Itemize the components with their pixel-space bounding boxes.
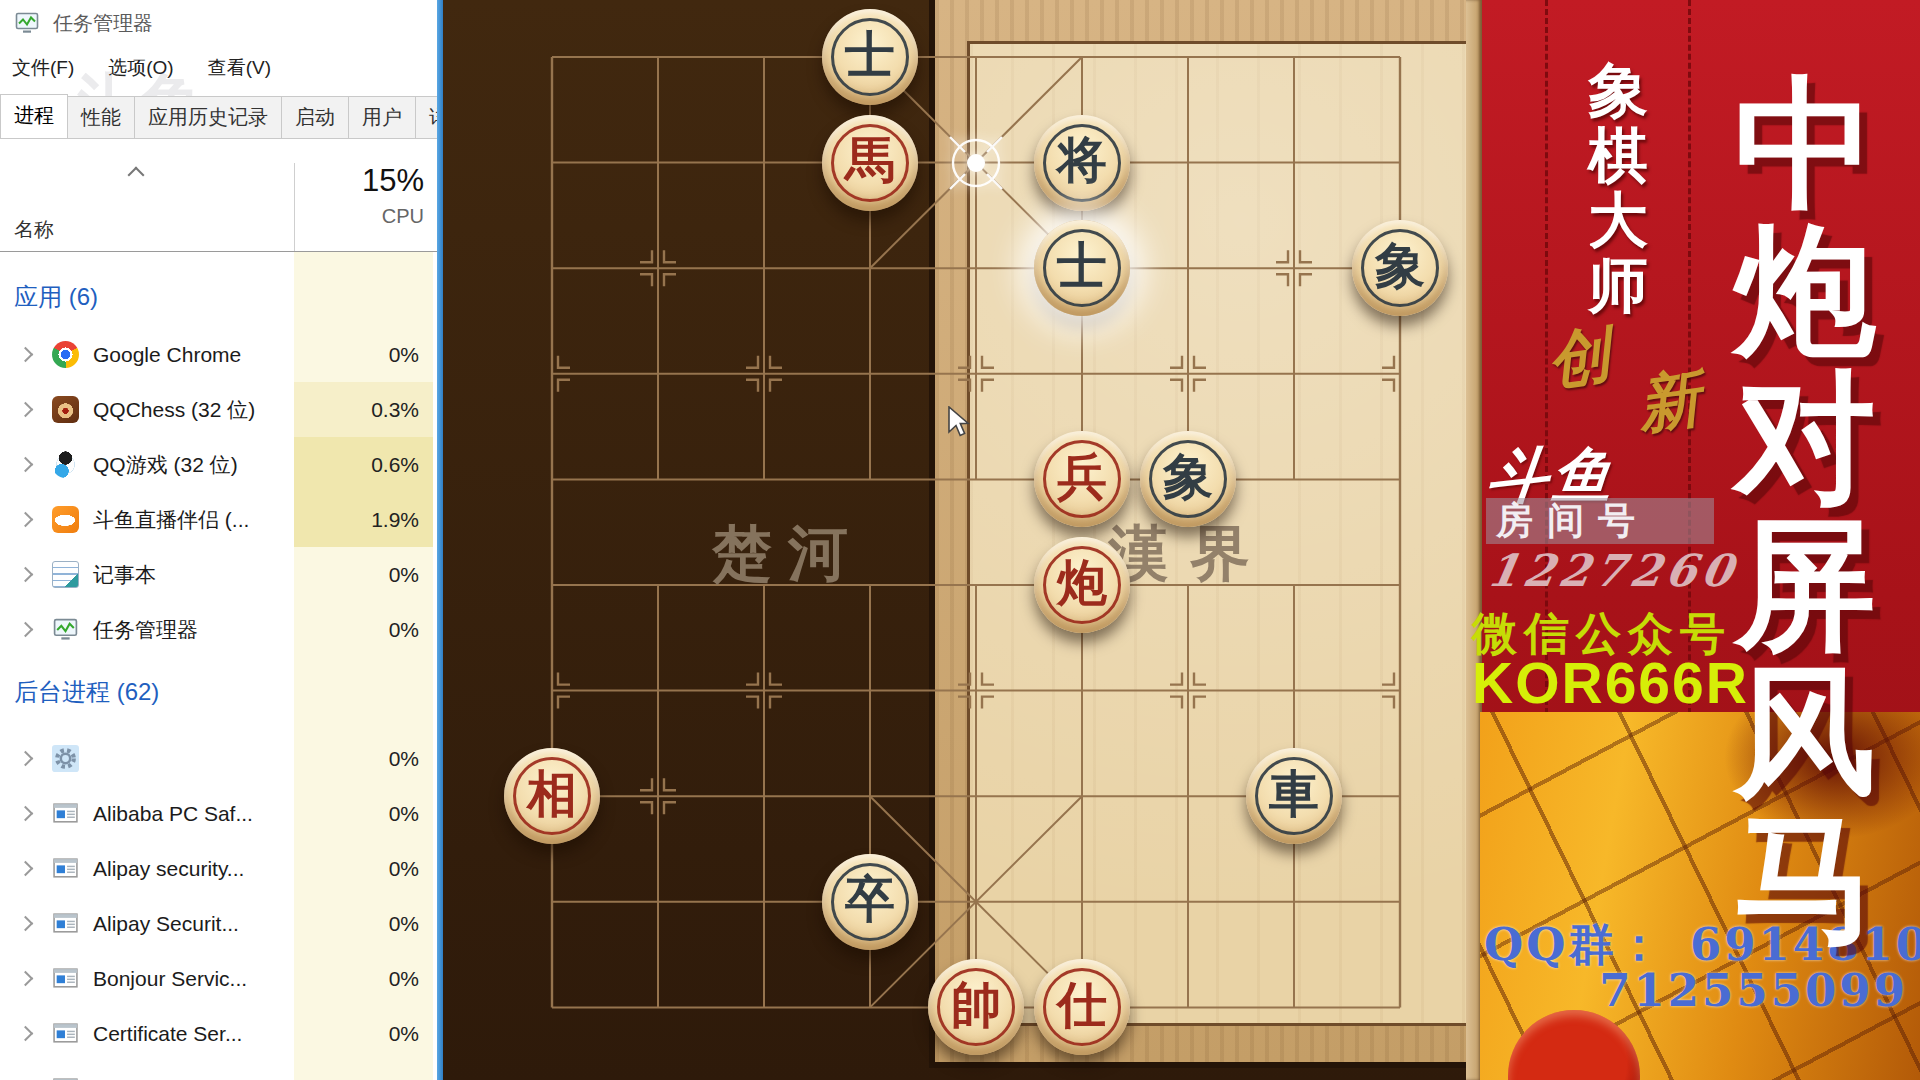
process-row[interactable]: 0% xyxy=(0,731,437,786)
process-name: 任务管理器 xyxy=(93,616,198,644)
column-cpu[interactable]: CPU xyxy=(304,205,424,228)
expander-chevron-icon[interactable] xyxy=(18,622,34,638)
red-piece-炮[interactable]: 炮 xyxy=(1034,537,1130,633)
menu-file[interactable]: 文件(F) xyxy=(12,55,74,81)
cpu-total-percent[interactable]: 15% xyxy=(304,163,424,199)
process-cpu-value: 0% xyxy=(294,1061,433,1080)
process-row[interactable]: 斗鱼直播伴侣 (...1.9% xyxy=(0,492,437,547)
menubar: 文件(F) 选项(O) 查看(V) xyxy=(0,50,437,86)
window-icon xyxy=(52,855,79,882)
task-manager-window: 斗鱼 任务管理器 文件(F) 选项(O) 查看(V) 进程 性能 应用历史记录 … xyxy=(0,0,437,1080)
black-piece-車[interactable]: 車 xyxy=(1246,748,1342,844)
process-row[interactable]: Certificate Ser...0% xyxy=(0,1006,437,1061)
black-piece-象[interactable]: 象 xyxy=(1140,431,1236,527)
column-name[interactable]: 名称 xyxy=(14,216,54,243)
window-title: 任务管理器 xyxy=(53,10,153,37)
expander-chevron-icon[interactable] xyxy=(18,916,34,932)
tab-processes[interactable]: 进程 xyxy=(0,94,68,138)
expander-chevron-icon[interactable] xyxy=(18,971,34,987)
window-icon xyxy=(52,965,79,992)
accent-char-2: 新 xyxy=(1632,356,1705,448)
expander-chevron-icon[interactable] xyxy=(18,347,34,363)
black-piece-卒[interactable]: 卒 xyxy=(822,854,918,950)
stream-banner: 象棋大师 创 新 斗鱼 房间号 1227260 微信公众号 KOR666R QQ… xyxy=(1466,0,1920,1080)
expander-chevron-icon[interactable] xyxy=(18,567,34,583)
process-name: Certificate Ser... xyxy=(93,1022,242,1046)
window-border xyxy=(437,0,443,1080)
process-row[interactable]: Bonjour Servic...0% xyxy=(0,951,437,1006)
process-cpu-value: 0% xyxy=(294,841,433,896)
titlebar: 任务管理器 xyxy=(0,0,437,46)
screen: 斗鱼 任务管理器 文件(F) 选项(O) 查看(V) 进程 性能 应用历史记录 … xyxy=(0,0,1920,1080)
room-number-bar: 房间号 xyxy=(1486,498,1714,544)
expander-chevron-icon[interactable] xyxy=(18,402,34,418)
qq-group-2: 712555099 xyxy=(1484,968,1908,1014)
douyu-icon xyxy=(52,506,79,533)
process-name: QQ游戏 (32 位) xyxy=(93,451,238,479)
process-name: Google Chrome xyxy=(93,343,241,367)
black-piece-象[interactable]: 象 xyxy=(1352,220,1448,316)
window-icon xyxy=(52,1075,79,1080)
menu-view[interactable]: 查看(V) xyxy=(208,55,271,81)
red-piece-馬[interactable]: 馬 xyxy=(822,115,918,211)
tab-details[interactable]: 详细信息 xyxy=(415,96,437,138)
process-group-label[interactable]: 后台进程 (62) xyxy=(0,675,437,709)
process-row[interactable]: QQ游戏 (32 位)0.6% xyxy=(0,437,437,492)
accent-char-1: 创 xyxy=(1542,312,1615,404)
qqgame-icon xyxy=(52,451,79,478)
column-headers: 名称 15% CPU xyxy=(0,139,437,252)
process-cpu-value: 0% xyxy=(294,731,433,786)
process-cpu-value: 0% xyxy=(294,1006,433,1061)
process-name: QQChess (32 位) xyxy=(93,396,255,424)
red-piece-兵[interactable]: 兵 xyxy=(1034,431,1130,527)
process-name: COM Su... xyxy=(93,1077,191,1080)
mouse-cursor xyxy=(948,406,978,440)
window-icon xyxy=(52,1020,79,1047)
black-piece-士[interactable]: 士 xyxy=(822,9,918,105)
process-row[interactable]: COM Su...0% xyxy=(0,1061,437,1080)
sort-ascending-icon xyxy=(130,169,146,178)
black-piece-将[interactable]: 将 xyxy=(1034,115,1130,211)
tab-performance[interactable]: 性能 xyxy=(67,96,135,138)
expander-chevron-icon[interactable] xyxy=(18,861,34,877)
menu-options[interactable]: 选项(O) xyxy=(108,55,173,81)
expander-chevron-icon[interactable] xyxy=(18,806,34,822)
process-cpu-value: 0% xyxy=(294,547,433,602)
process-row[interactable]: Alipay Securit...0% xyxy=(0,896,437,951)
red-piece-仕[interactable]: 仕 xyxy=(1034,959,1130,1055)
tab-startup[interactable]: 启动 xyxy=(281,96,349,138)
process-row[interactable]: 记事本0% xyxy=(0,547,437,602)
qqchess-icon xyxy=(52,396,79,423)
black-piece-士[interactable]: 士 xyxy=(1034,220,1130,316)
photo-red-piece xyxy=(1508,1010,1640,1080)
tab-bar: 进程 性能 应用历史记录 启动 用户 详细信息 xyxy=(0,98,437,139)
process-group-label[interactable]: 应用 (6) xyxy=(0,280,437,314)
process-name: Alipay security... xyxy=(93,857,244,881)
banner-side-title: 象棋大师 xyxy=(1583,58,1653,318)
expander-chevron-icon[interactable] xyxy=(18,1026,34,1042)
process-row[interactable]: Google Chrome0% xyxy=(0,327,437,382)
process-cpu-value: 0.6% xyxy=(294,437,433,492)
process-name: Alibaba PC Saf... xyxy=(93,802,253,826)
process-name: 记事本 xyxy=(93,561,156,589)
gear-icon xyxy=(52,745,79,772)
window-icon xyxy=(52,910,79,937)
process-cpu-value: 1.9% xyxy=(294,492,433,547)
tab-users[interactable]: 用户 xyxy=(348,96,416,138)
red-piece-帥[interactable]: 帥 xyxy=(928,959,1024,1055)
column-divider xyxy=(294,163,295,251)
task-manager-icon xyxy=(14,10,41,37)
room-number: 1227260 xyxy=(1484,545,1742,596)
expander-chevron-icon[interactable] xyxy=(18,457,34,473)
river-label-left: 楚河 xyxy=(712,514,864,595)
process-cpu-value: 0% xyxy=(294,786,433,841)
process-cpu-value: 0% xyxy=(294,602,433,657)
process-row[interactable]: 任务管理器0% xyxy=(0,602,437,657)
process-row[interactable]: Alipay security...0% xyxy=(0,841,437,896)
expander-chevron-icon[interactable] xyxy=(18,512,34,528)
room-label: 房间号 xyxy=(1496,496,1649,546)
process-cpu-value: 0% xyxy=(294,896,433,951)
notepad-icon xyxy=(52,561,79,588)
process-name: 斗鱼直播伴侣 (... xyxy=(93,506,249,534)
process-cpu-value: 0.3% xyxy=(294,382,433,437)
process-cpu-value: 0% xyxy=(294,327,433,382)
taskmgr-icon xyxy=(52,616,79,643)
red-piece-相[interactable]: 相 xyxy=(504,748,600,844)
process-name: Alipay Securit... xyxy=(93,912,239,936)
window-icon xyxy=(52,800,79,827)
banner-main-title: 中炮对屏风马 xyxy=(1724,70,1886,952)
last-move-from-marker xyxy=(938,125,1014,201)
process-row[interactable]: QQChess (32 位)0.3% xyxy=(0,382,437,437)
chrome-icon xyxy=(52,341,79,368)
process-list: 应用 (6)Google Chrome0%QQChess (32 位)0.3%Q… xyxy=(0,252,437,1080)
process-row[interactable]: Alibaba PC Saf...0% xyxy=(0,786,437,841)
process-name: Bonjour Servic... xyxy=(93,967,247,991)
tab-app-history[interactable]: 应用历史记录 xyxy=(134,96,282,138)
expander-chevron-icon[interactable] xyxy=(18,751,34,767)
process-cpu-value: 0% xyxy=(294,951,433,1006)
wechat-id: KOR666R xyxy=(1472,650,1749,716)
